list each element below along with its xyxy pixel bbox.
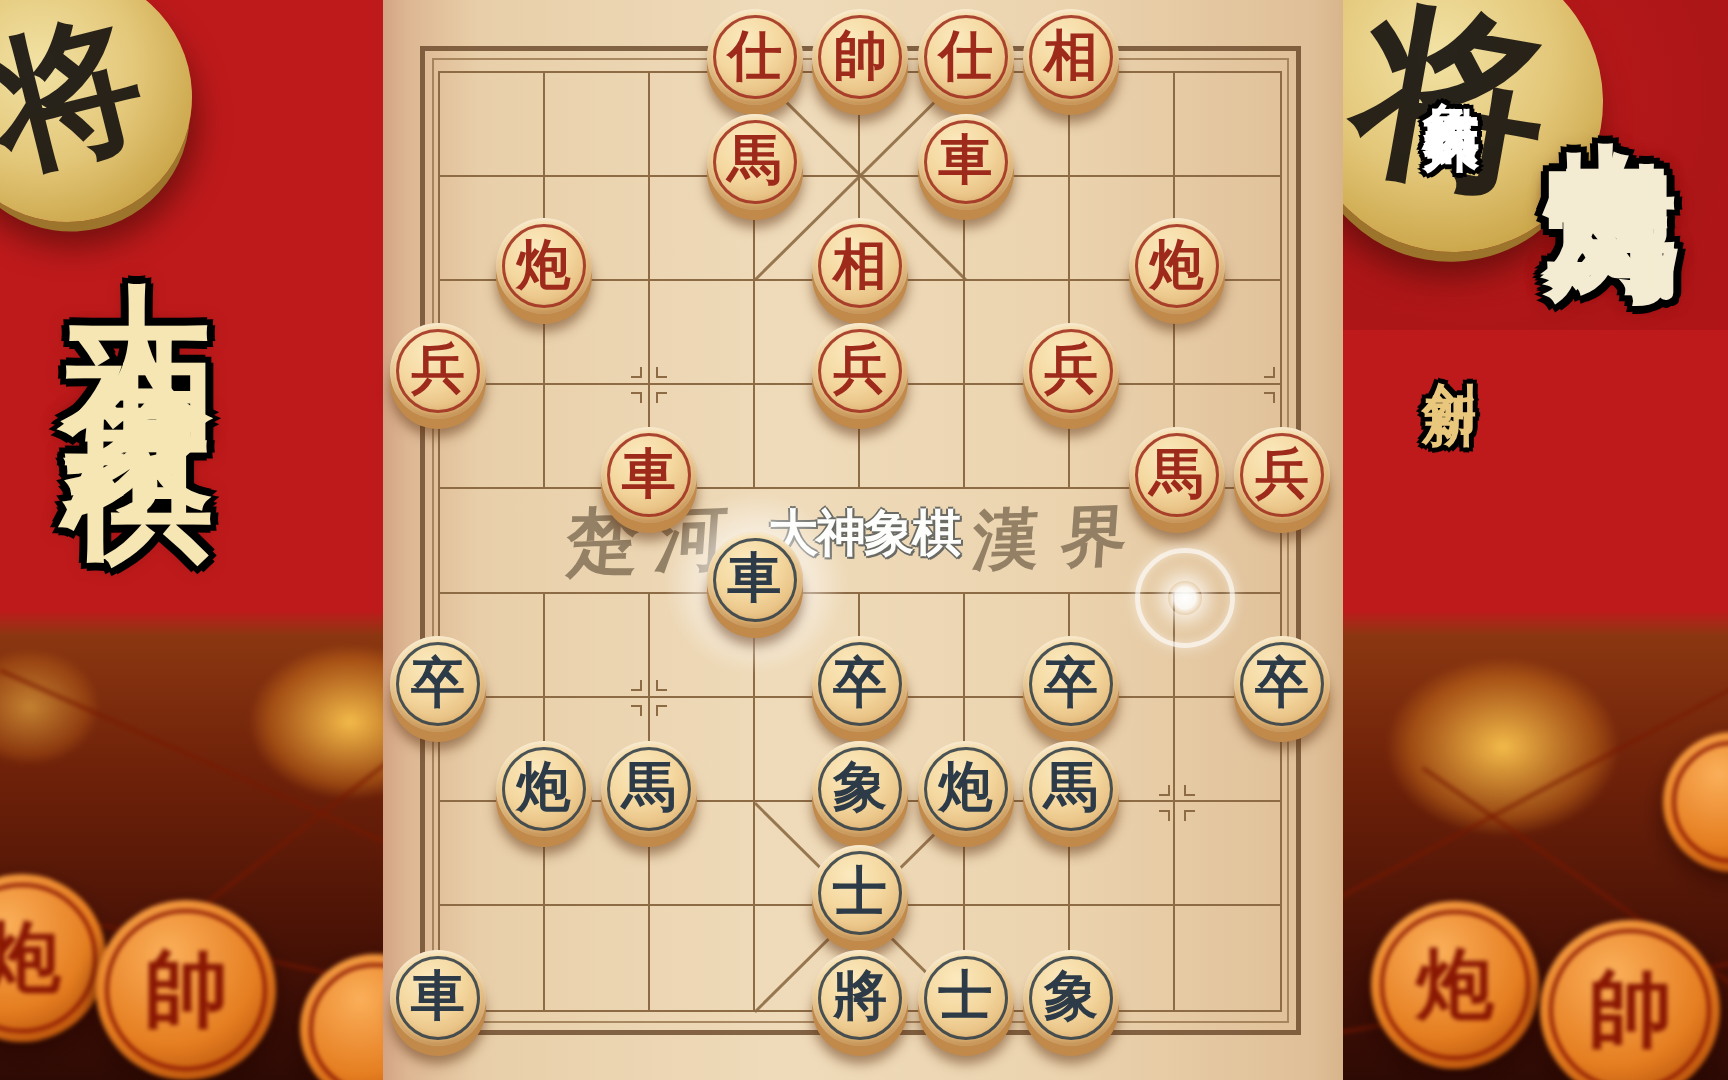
point-marker (1159, 785, 1170, 796)
board-cell (440, 73, 545, 177)
piece-black-士[interactable]: 士 (918, 950, 1014, 1056)
board-cell (440, 489, 545, 593)
piece-face: 卒 (390, 636, 486, 732)
piece-glyph: 車 (622, 438, 676, 513)
piece-glyph: 兵 (833, 333, 887, 408)
piece-glyph: 將 (833, 960, 887, 1035)
piece-face: 車 (707, 532, 803, 628)
left-decor-panel: 将 炮 帥 大神象棋 (0, 0, 383, 1080)
piece-glyph: 馬 (622, 751, 676, 826)
piece-face: 車 (918, 114, 1014, 210)
piece-face: 仕 (707, 9, 803, 105)
episode-title: 中炮对屏风马 (1546, 33, 1680, 93)
board-cell (545, 906, 650, 1010)
piece-black-卒[interactable]: 卒 (1234, 636, 1330, 742)
piece-face: 將 (812, 950, 908, 1046)
piece-glyph: 兵 (1255, 438, 1309, 513)
piece-black-炮[interactable]: 炮 (496, 741, 592, 847)
piece-black-卒[interactable]: 卒 (1023, 636, 1119, 742)
piece-glyph: 炮 (517, 751, 571, 826)
photo-piece-general: 帥 (1540, 920, 1720, 1080)
piece-black-卒[interactable]: 卒 (390, 636, 486, 742)
board-cell (650, 906, 755, 1010)
piece-face: 兵 (390, 323, 486, 419)
photo-piece-cannon: 炮 (1371, 901, 1539, 1069)
piece-red-仕[interactable]: 仕 (707, 9, 803, 115)
piece-glyph: 象 (833, 751, 887, 826)
point-marker (631, 705, 642, 716)
piece-red-相[interactable]: 相 (812, 218, 908, 324)
left-bottom-photo: 炮 帥 (0, 612, 383, 1080)
piece-face: 卒 (812, 636, 908, 732)
piece-red-兵[interactable]: 兵 (1023, 323, 1119, 429)
piece-black-車[interactable]: 車 (707, 532, 803, 638)
point-marker (656, 367, 667, 378)
piece-face: 卒 (1234, 636, 1330, 732)
piece-red-炮[interactable]: 炮 (496, 218, 592, 324)
piece-glyph: 馬 (728, 124, 782, 199)
piece-black-將[interactable]: 將 (812, 950, 908, 1056)
piece-face: 車 (601, 427, 697, 523)
piece-black-馬[interactable]: 馬 (601, 741, 697, 847)
xiangqi-board-area: 楚河 漢界 大神象棋 仕帥仕相馬車炮相炮兵兵兵車馬兵車卒卒卒卒炮馬象炮馬士車將士… (383, 0, 1343, 1080)
piece-face: 兵 (812, 323, 908, 419)
photo-piece-cannon: 炮 (0, 874, 106, 1042)
board-cell (1175, 906, 1280, 1010)
piece-face: 帥 (812, 9, 908, 105)
piece-red-帥[interactable]: 帥 (812, 9, 908, 115)
piece-face: 相 (812, 218, 908, 314)
piece-black-炮[interactable]: 炮 (918, 741, 1014, 847)
board-cell (1175, 73, 1280, 177)
piece-face: 象 (1023, 950, 1119, 1046)
point-marker (656, 392, 667, 403)
piece-face: 相 (1023, 9, 1119, 105)
piece-face: 炮 (496, 741, 592, 837)
point-marker (1184, 785, 1195, 796)
cursor-center-dot (1168, 581, 1202, 615)
piece-face: 馬 (601, 741, 697, 837)
point-marker (1159, 810, 1170, 821)
point-marker (656, 680, 667, 691)
piece-black-象[interactable]: 象 (1023, 950, 1119, 1056)
piece-face: 炮 (1129, 218, 1225, 314)
gold-relief-blob (220, 622, 383, 822)
right-decor-panel: 将 炮 帥 象棋大师 创新 中炮对屏风马 (1343, 0, 1728, 1080)
piece-glyph: 兵 (1044, 333, 1098, 408)
piece-black-車[interactable]: 車 (390, 950, 486, 1056)
piece-red-兵[interactable]: 兵 (1234, 427, 1330, 533)
subtitle-innovate: 创新 (1423, 338, 1478, 354)
piece-glyph: 卒 (833, 647, 887, 722)
piece-glyph: 馬 (1044, 751, 1098, 826)
piece-glyph: 士 (939, 960, 993, 1035)
piece-glyph: 兵 (411, 333, 465, 408)
piece-face: 象 (812, 741, 908, 837)
piece-face: 馬 (707, 114, 803, 210)
xiangqi-video-frame: 将 炮 帥 大神象棋 (0, 0, 1728, 1080)
piece-glyph: 卒 (1255, 647, 1309, 722)
piece-glyph: 士 (833, 856, 887, 931)
piece-red-相[interactable]: 相 (1023, 9, 1119, 115)
photo-piece-general: 帥 (96, 900, 276, 1080)
piece-face: 卒 (1023, 636, 1119, 732)
piece-glyph: 帥 (833, 20, 887, 95)
piece-glyph: 仕 (728, 20, 782, 95)
piece-face: 士 (812, 845, 908, 941)
piece-face: 馬 (1023, 741, 1119, 837)
piece-black-士[interactable]: 士 (812, 845, 908, 951)
piece-glyph: 炮 (1150, 229, 1204, 304)
right-bottom-photo: 炮 帥 (1343, 612, 1728, 1080)
piece-red-炮[interactable]: 炮 (1129, 218, 1225, 324)
piece-red-馬[interactable]: 馬 (707, 114, 803, 220)
piece-glyph: 卒 (411, 647, 465, 722)
cursor-target-ring (1135, 548, 1235, 648)
piece-face: 兵 (1023, 323, 1119, 419)
piece-face: 炮 (918, 741, 1014, 837)
gold-relief-blob (0, 632, 120, 782)
piece-face: 士 (918, 950, 1014, 1046)
photo-piece-partial (300, 954, 383, 1080)
piece-glyph: 相 (1044, 20, 1098, 95)
point-marker (631, 367, 642, 378)
point-marker (1184, 810, 1195, 821)
piece-red-兵[interactable]: 兵 (390, 323, 486, 429)
point-marker (1264, 367, 1275, 378)
gold-relief-blob (1353, 632, 1653, 862)
piece-glyph: 車 (411, 960, 465, 1035)
piece-face: 仕 (918, 9, 1014, 105)
piece-red-馬[interactable]: 馬 (1129, 427, 1225, 533)
photo-piece-partial (1663, 732, 1728, 872)
piece-red-車[interactable]: 車 (918, 114, 1014, 220)
point-marker (631, 392, 642, 403)
piece-glyph: 車 (939, 124, 993, 199)
piece-glyph: 相 (833, 229, 887, 304)
piece-glyph: 車 (728, 542, 782, 617)
board-cell (545, 73, 650, 177)
river-label-han-jie: 漢界 (970, 490, 1153, 586)
subtitle-master: 象棋大师 (1424, 56, 1481, 80)
piece-face: 炮 (496, 218, 592, 314)
piece-face: 馬 (1129, 427, 1225, 523)
piece-glyph: 炮 (939, 751, 993, 826)
piece-glyph: 炮 (517, 229, 571, 304)
piece-glyph: 仕 (939, 20, 993, 95)
piece-red-車[interactable]: 車 (601, 427, 697, 533)
piece-black-卒[interactable]: 卒 (812, 636, 908, 742)
point-marker (1264, 392, 1275, 403)
left-channel-title: 大神象棋 (64, 158, 216, 338)
piece-glyph: 象 (1044, 960, 1098, 1035)
point-marker (631, 680, 642, 691)
piece-red-仕[interactable]: 仕 (918, 9, 1014, 115)
piece-glyph: 馬 (1150, 438, 1204, 513)
piece-black-馬[interactable]: 馬 (1023, 741, 1119, 847)
piece-face: 車 (390, 950, 486, 1046)
piece-glyph: 卒 (1044, 647, 1098, 722)
point-marker (656, 705, 667, 716)
piece-black-象[interactable]: 象 (812, 741, 908, 847)
piece-face: 兵 (1234, 427, 1330, 523)
piece-red-兵[interactable]: 兵 (812, 323, 908, 429)
